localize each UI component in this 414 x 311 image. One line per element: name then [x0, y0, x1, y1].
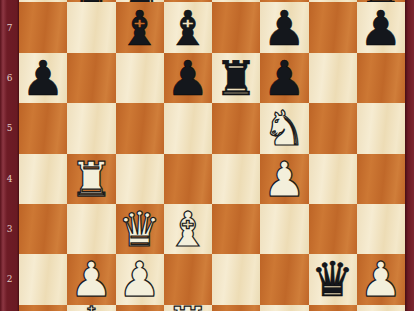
- square-d4[interactable]: [164, 154, 212, 204]
- square-g5[interactable]: [309, 103, 357, 153]
- square-f1[interactable]: [260, 305, 308, 311]
- square-a1[interactable]: [19, 305, 67, 311]
- piece-black-bishop-c7: ♝: [118, 4, 161, 52]
- piece-white-pawn-f4: ♟: [263, 155, 306, 203]
- square-d1[interactable]: ♜: [164, 305, 212, 311]
- piece-white-knight-f5: ♞: [263, 104, 306, 152]
- square-a7[interactable]: [19, 2, 67, 52]
- chess-board: ♚♞♜♝♝♟♟♟♟♜♟♞♜♟♛♝♟♟♛♟♚♜: [19, 0, 405, 311]
- square-f3[interactable]: [260, 204, 308, 254]
- square-e3[interactable]: [212, 204, 260, 254]
- rank-label-2: 2: [0, 274, 19, 284]
- square-d7[interactable]: ♝: [164, 2, 212, 52]
- square-g1[interactable]: [309, 305, 357, 311]
- square-b3[interactable]: [67, 204, 115, 254]
- square-c3[interactable]: ♛: [116, 204, 164, 254]
- square-c4[interactable]: [116, 154, 164, 204]
- square-c2[interactable]: ♟: [116, 254, 164, 304]
- square-a2[interactable]: [19, 254, 67, 304]
- board-frame-right: [405, 0, 414, 311]
- piece-black-pawn-f6: ♟: [263, 54, 306, 102]
- square-b1[interactable]: ♚: [67, 305, 115, 311]
- square-h5[interactable]: [357, 103, 405, 153]
- square-e4[interactable]: [212, 154, 260, 204]
- square-e6[interactable]: ♜: [212, 53, 260, 103]
- square-h4[interactable]: [357, 154, 405, 204]
- board-frame-left: [0, 0, 19, 311]
- piece-black-pawn-h7: ♟: [359, 4, 402, 52]
- square-c1[interactable]: [116, 305, 164, 311]
- piece-black-pawn-d6: ♟: [166, 54, 209, 102]
- square-g2[interactable]: ♛: [309, 254, 357, 304]
- square-d3[interactable]: ♝: [164, 204, 212, 254]
- piece-black-pawn-f7: ♟: [263, 4, 306, 52]
- square-c7[interactable]: ♝: [116, 2, 164, 52]
- piece-white-pawn-c2: ♟: [118, 255, 161, 303]
- rank-label-4: 4: [0, 174, 19, 184]
- piece-black-queen-g2: ♛: [311, 255, 354, 303]
- piece-white-pawn-b2: ♟: [70, 255, 113, 303]
- square-a6[interactable]: ♟: [19, 53, 67, 103]
- square-c6[interactable]: [116, 53, 164, 103]
- square-e1[interactable]: [212, 305, 260, 311]
- square-e7[interactable]: [212, 2, 260, 52]
- rank-label-7: 7: [0, 23, 19, 33]
- square-d2[interactable]: [164, 254, 212, 304]
- square-g7[interactable]: [309, 2, 357, 52]
- square-f5[interactable]: ♞: [260, 103, 308, 153]
- square-g6[interactable]: [309, 53, 357, 103]
- square-b5[interactable]: [67, 103, 115, 153]
- rank-label-3: 3: [0, 224, 19, 234]
- square-c5[interactable]: [116, 103, 164, 153]
- rank-label-6: 6: [0, 73, 19, 83]
- square-b6[interactable]: [67, 53, 115, 103]
- square-d5[interactable]: [164, 103, 212, 153]
- piece-white-rook-b4: ♜: [70, 155, 113, 203]
- chess-diagram: ♚♞♜♝♝♟♟♟♟♜♟♞♜♟♛♝♟♟♛♟♚♜ 765432: [0, 0, 414, 311]
- piece-white-pawn-h2: ♟: [359, 255, 402, 303]
- piece-white-bishop-d3: ♝: [166, 205, 209, 253]
- square-h2[interactable]: ♟: [357, 254, 405, 304]
- square-f4[interactable]: ♟: [260, 154, 308, 204]
- square-h7[interactable]: ♟: [357, 2, 405, 52]
- square-f6[interactable]: ♟: [260, 53, 308, 103]
- square-a5[interactable]: [19, 103, 67, 153]
- piece-white-queen-c3: ♛: [118, 205, 161, 253]
- piece-black-pawn-a6: ♟: [22, 54, 65, 102]
- square-e2[interactable]: [212, 254, 260, 304]
- square-h6[interactable]: [357, 53, 405, 103]
- square-f7[interactable]: ♟: [260, 2, 308, 52]
- square-h3[interactable]: [357, 204, 405, 254]
- rank-label-5: 5: [0, 123, 19, 133]
- square-b2[interactable]: ♟: [67, 254, 115, 304]
- square-f2[interactable]: [260, 254, 308, 304]
- square-a4[interactable]: [19, 154, 67, 204]
- square-b4[interactable]: ♜: [67, 154, 115, 204]
- piece-black-bishop-d7: ♝: [166, 4, 209, 52]
- square-d6[interactable]: ♟: [164, 53, 212, 103]
- square-e5[interactable]: [212, 103, 260, 153]
- square-g4[interactable]: [309, 154, 357, 204]
- square-h1[interactable]: [357, 305, 405, 311]
- square-b7[interactable]: [67, 2, 115, 52]
- square-g3[interactable]: [309, 204, 357, 254]
- square-a3[interactable]: [19, 204, 67, 254]
- piece-black-rook-e6: ♜: [215, 54, 258, 102]
